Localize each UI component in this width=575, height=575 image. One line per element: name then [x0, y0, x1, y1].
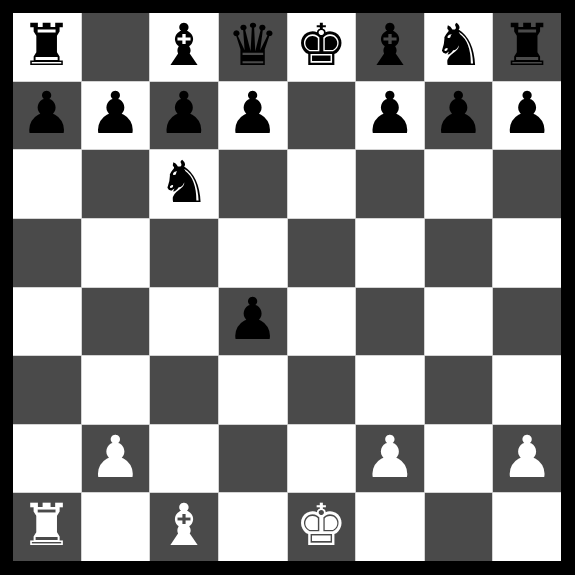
black-pawn: ♟ [364, 84, 416, 142]
square-a5[interactable] [13, 219, 81, 287]
square-d8[interactable]: ♛ [219, 13, 287, 81]
square-h5[interactable] [493, 219, 561, 287]
square-d7[interactable]: ♟ [219, 82, 287, 150]
black-queen: ♛ [227, 16, 279, 74]
square-b5[interactable] [82, 219, 150, 287]
square-c8[interactable]: ♝ [150, 13, 218, 81]
square-a8[interactable]: ♜ [13, 13, 81, 81]
black-pawn: ♟ [227, 84, 279, 142]
black-bishop: ♝ [158, 16, 210, 74]
square-g4[interactable] [425, 288, 493, 356]
square-c2[interactable] [150, 425, 218, 493]
square-h4[interactable] [493, 288, 561, 356]
black-knight: ♞ [433, 16, 485, 74]
square-g7[interactable]: ♟ [425, 82, 493, 150]
square-e2[interactable] [288, 425, 356, 493]
square-h1[interactable] [493, 493, 561, 561]
white-rook: ♜ [21, 496, 73, 554]
square-d1[interactable] [219, 493, 287, 561]
square-b7[interactable]: ♟ [82, 82, 150, 150]
square-a1[interactable]: ♜ [13, 493, 81, 561]
square-b4[interactable] [82, 288, 150, 356]
square-h3[interactable] [493, 356, 561, 424]
square-e1[interactable]: ♚ [288, 493, 356, 561]
chess-board-frame: ♜♝♛♚♝♞♜♟♟♟♟♟♟♟♞♟♟♟♟♜♝♚ [0, 0, 575, 575]
square-h7[interactable]: ♟ [493, 82, 561, 150]
square-a6[interactable] [13, 150, 81, 218]
square-d3[interactable] [219, 356, 287, 424]
square-g3[interactable] [425, 356, 493, 424]
black-knight: ♞ [158, 153, 210, 211]
square-f4[interactable] [356, 288, 424, 356]
square-d4[interactable]: ♟ [219, 288, 287, 356]
square-c6[interactable]: ♞ [150, 150, 218, 218]
square-e4[interactable] [288, 288, 356, 356]
black-king: ♚ [295, 16, 347, 74]
square-g5[interactable] [425, 219, 493, 287]
square-e5[interactable] [288, 219, 356, 287]
black-pawn: ♟ [501, 84, 553, 142]
black-bishop: ♝ [364, 16, 416, 74]
black-pawn: ♟ [89, 84, 141, 142]
square-b3[interactable] [82, 356, 150, 424]
black-pawn: ♟ [21, 84, 73, 142]
chess-board: ♜♝♛♚♝♞♜♟♟♟♟♟♟♟♞♟♟♟♟♜♝♚ [13, 13, 561, 561]
white-king: ♚ [295, 496, 347, 554]
square-h6[interactable] [493, 150, 561, 218]
black-rook: ♜ [21, 16, 73, 74]
square-b2[interactable]: ♟ [82, 425, 150, 493]
square-c4[interactable] [150, 288, 218, 356]
square-g6[interactable] [425, 150, 493, 218]
square-d2[interactable] [219, 425, 287, 493]
square-a4[interactable] [13, 288, 81, 356]
square-d5[interactable] [219, 219, 287, 287]
square-b1[interactable] [82, 493, 150, 561]
square-g1[interactable] [425, 493, 493, 561]
black-pawn: ♟ [433, 84, 485, 142]
square-f2[interactable]: ♟ [356, 425, 424, 493]
square-b8[interactable] [82, 13, 150, 81]
square-e6[interactable] [288, 150, 356, 218]
square-a2[interactable] [13, 425, 81, 493]
square-f6[interactable] [356, 150, 424, 218]
square-c1[interactable]: ♝ [150, 493, 218, 561]
square-f8[interactable]: ♝ [356, 13, 424, 81]
square-g8[interactable]: ♞ [425, 13, 493, 81]
square-f5[interactable] [356, 219, 424, 287]
square-e7[interactable] [288, 82, 356, 150]
square-a7[interactable]: ♟ [13, 82, 81, 150]
black-rook: ♜ [501, 16, 553, 74]
square-f1[interactable] [356, 493, 424, 561]
square-c7[interactable]: ♟ [150, 82, 218, 150]
square-f3[interactable] [356, 356, 424, 424]
white-pawn: ♟ [501, 428, 553, 486]
square-c5[interactable] [150, 219, 218, 287]
black-pawn: ♟ [227, 290, 279, 348]
square-d6[interactable] [219, 150, 287, 218]
white-bishop: ♝ [158, 496, 210, 554]
square-f7[interactable]: ♟ [356, 82, 424, 150]
square-h2[interactable]: ♟ [493, 425, 561, 493]
square-a3[interactable] [13, 356, 81, 424]
square-g2[interactable] [425, 425, 493, 493]
square-c3[interactable] [150, 356, 218, 424]
square-e8[interactable]: ♚ [288, 13, 356, 81]
square-b6[interactable] [82, 150, 150, 218]
white-pawn: ♟ [89, 428, 141, 486]
black-pawn: ♟ [158, 84, 210, 142]
white-pawn: ♟ [364, 428, 416, 486]
square-h8[interactable]: ♜ [493, 13, 561, 81]
square-e3[interactable] [288, 356, 356, 424]
